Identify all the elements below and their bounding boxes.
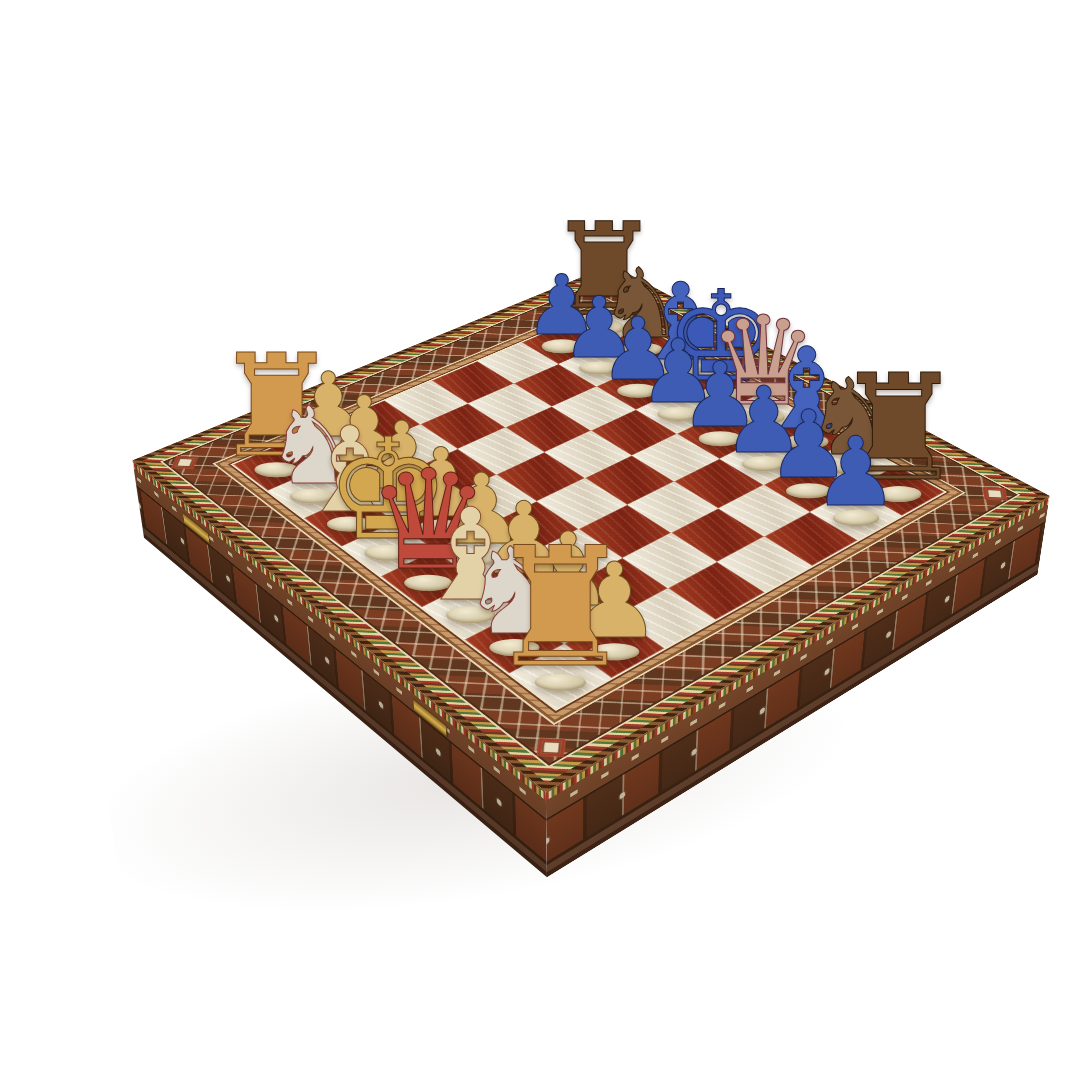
square-g2 [519,584,617,644]
corner-inlay-motif [599,282,619,292]
square-g6 [718,485,810,537]
square-f5 [627,481,718,532]
corner-inlay-motif [537,738,566,757]
scene [0,0,1080,1080]
corner-inlay-motif [171,456,198,469]
square-g4 [622,533,717,588]
square-f2 [476,554,572,611]
product-photo: ♜♞♝♚♛♝♞♜♟♟♟♟♟♟♟♟♟♟♟♟♟♟♟♟♜♞♝♚♛♝♞♜ [0,0,1080,1080]
corner-inlay-motif [982,487,1007,500]
square-g3 [572,558,668,616]
board-box-top [133,265,1050,791]
